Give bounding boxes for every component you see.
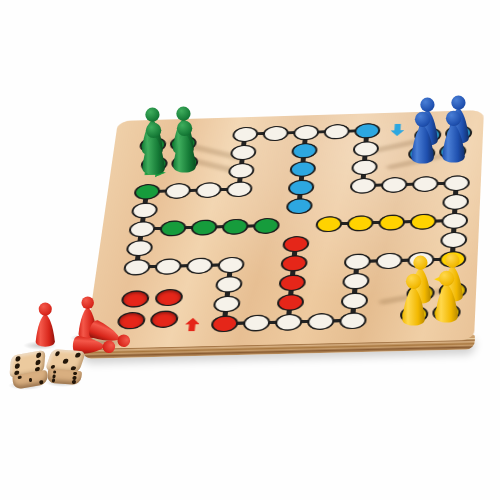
- home-field-blue[interactable]: [287, 179, 314, 195]
- start-field-red[interactable]: [210, 315, 239, 332]
- blue-start-arrow-icon: [390, 123, 405, 136]
- die-2[interactable]: [47, 349, 83, 385]
- track-field[interactable]: [262, 125, 289, 141]
- track-field[interactable]: [242, 314, 271, 331]
- home-field-blue[interactable]: [289, 161, 316, 177]
- pawn-blue-4[interactable]: [438, 110, 469, 164]
- ludo-scene: [0, 0, 500, 500]
- home-field-green[interactable]: [190, 219, 218, 236]
- track-field[interactable]: [185, 257, 213, 274]
- track-field[interactable]: [441, 212, 468, 229]
- track-field[interactable]: [122, 259, 150, 276]
- track-field[interactable]: [163, 183, 191, 199]
- home-field-blue[interactable]: [290, 142, 317, 158]
- track-field[interactable]: [154, 258, 182, 275]
- track-field[interactable]: [227, 162, 254, 178]
- home-field-yellow[interactable]: [378, 214, 405, 231]
- track-field[interactable]: [380, 177, 407, 193]
- track-field[interactable]: [341, 272, 369, 289]
- track-field[interactable]: [375, 252, 403, 269]
- home-field-yellow[interactable]: [315, 216, 343, 233]
- track-field[interactable]: [349, 177, 376, 193]
- home-field-red[interactable]: [281, 235, 309, 252]
- track-field[interactable]: [194, 182, 222, 198]
- home-field-green[interactable]: [159, 220, 187, 237]
- start-field-blue[interactable]: [353, 123, 380, 139]
- red-start-arrow-icon: [184, 317, 200, 331]
- home-field-red[interactable]: [278, 274, 306, 291]
- track-field[interactable]: [340, 292, 368, 309]
- pawn-blue-3[interactable]: [407, 111, 438, 165]
- track-field[interactable]: [351, 159, 378, 175]
- home-field-green[interactable]: [252, 217, 280, 234]
- track-field[interactable]: [442, 193, 469, 210]
- die-2-front-face-6: [46, 369, 82, 385]
- pawn-yellow-4[interactable]: [431, 270, 462, 324]
- track-field[interactable]: [292, 124, 319, 140]
- pawn-red-3-standing-front[interactable]: [32, 302, 59, 348]
- pawn-green-3[interactable]: [138, 122, 169, 176]
- start-field-green[interactable]: [133, 183, 161, 199]
- track-field[interactable]: [130, 202, 158, 218]
- pawn-yellow-3[interactable]: [398, 273, 429, 327]
- track-field[interactable]: [225, 181, 253, 197]
- home-field-red[interactable]: [280, 255, 308, 272]
- track-field[interactable]: [125, 240, 153, 257]
- home-field-green[interactable]: [221, 218, 249, 235]
- track-field[interactable]: [217, 256, 245, 273]
- home-field-blue[interactable]: [285, 198, 313, 214]
- track-field[interactable]: [214, 276, 242, 293]
- track-field[interactable]: [440, 231, 467, 248]
- pawn-green-4[interactable]: [169, 120, 200, 174]
- home-field-red[interactable]: [276, 294, 304, 311]
- track-field[interactable]: [411, 176, 438, 192]
- base-hole-red[interactable]: [120, 290, 150, 308]
- track-field[interactable]: [323, 124, 350, 140]
- track-field[interactable]: [338, 312, 366, 329]
- track-field[interactable]: [343, 253, 371, 270]
- track-field[interactable]: [274, 313, 302, 330]
- track-field[interactable]: [352, 141, 379, 157]
- track-field[interactable]: [128, 221, 156, 238]
- track-field[interactable]: [212, 295, 240, 312]
- home-field-yellow[interactable]: [346, 215, 374, 232]
- die-1[interactable]: [8, 350, 48, 390]
- base-hole-red[interactable]: [149, 310, 179, 328]
- track-field[interactable]: [306, 313, 334, 330]
- track-field[interactable]: [231, 126, 258, 142]
- track-field[interactable]: [229, 144, 256, 160]
- base-hole-red[interactable]: [154, 289, 184, 307]
- home-field-yellow[interactable]: [409, 213, 436, 230]
- track-field[interactable]: [443, 175, 470, 191]
